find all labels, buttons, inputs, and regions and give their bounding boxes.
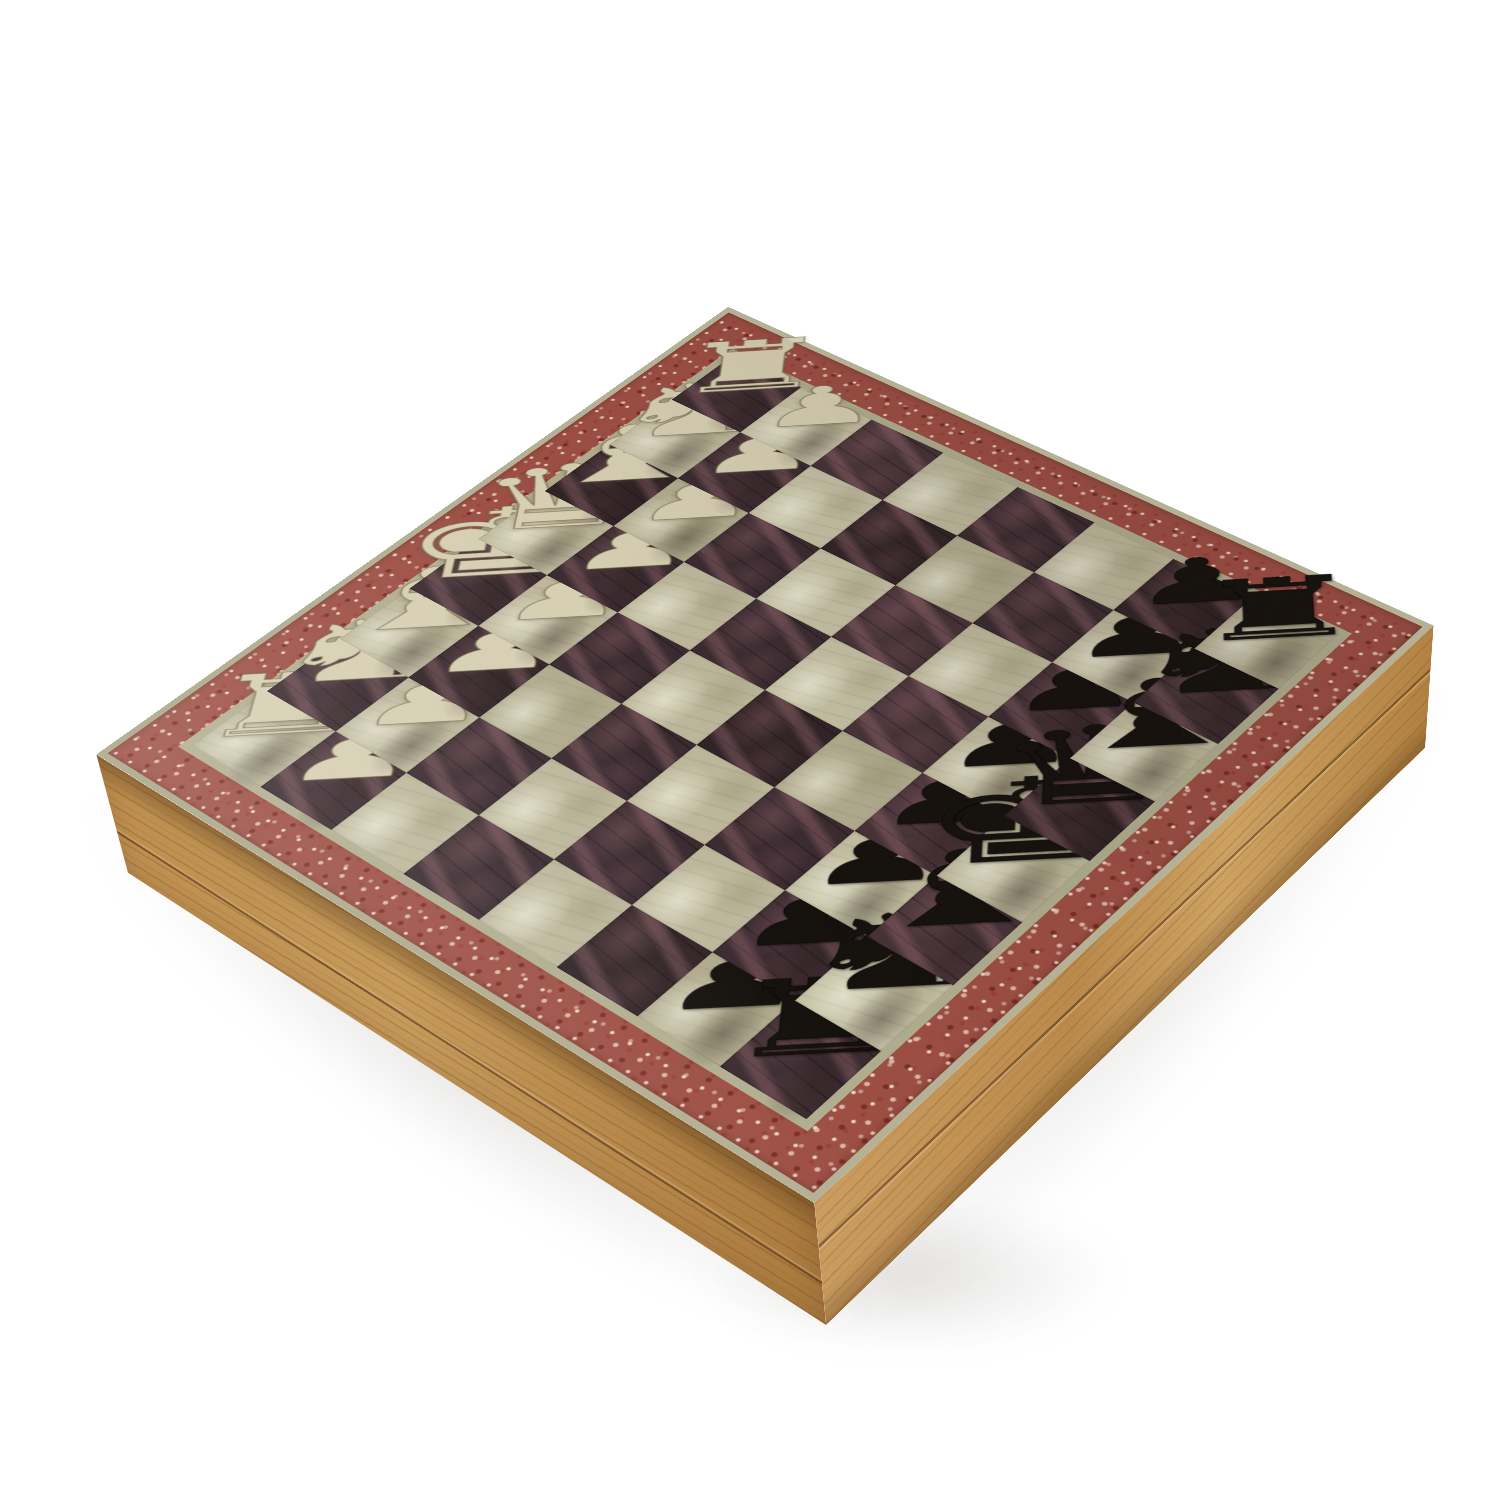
square-h6 <box>557 905 712 1016</box>
piece-contact-shadow <box>895 910 1012 999</box>
square-h2: ♟ <box>260 731 405 829</box>
square-e8: ♚ <box>937 816 1090 922</box>
piece-contact-shadow <box>280 762 394 842</box>
black-king: ♚ <box>857 755 1199 887</box>
piece-contact-shadow <box>949 748 1060 829</box>
chess-board-box: ♜♞♝♚♛♝♞♜♟♟♟♟♟♟♟♟♟♟♟♟♟♟♟♟♜♞♝♚♛♝♞♜ <box>96 307 1433 1203</box>
black-pawn: ♟ <box>776 754 1113 841</box>
square-g3 <box>406 718 551 816</box>
piece-contact-shadow <box>738 925 856 1015</box>
piece-contact-shadow <box>822 973 941 1066</box>
black-pawn: ♟ <box>554 933 912 1028</box>
square-h8: ♜ <box>720 1001 881 1119</box>
piece-contact-shadow <box>1224 625 1329 700</box>
product-photo-scene: ♜♞♝♚♛♝♞♜♟♟♟♟♟♟♟♟♟♟♟♟♟♟♟♟♜♞♝♚♛♝♞♜ <box>0 0 1500 1500</box>
square-g8: ♞ <box>795 937 953 1051</box>
square-g4 <box>479 759 627 860</box>
piece-contact-shadow <box>881 805 994 889</box>
square-f7: ♟ <box>784 831 937 938</box>
square-g5 <box>554 801 704 905</box>
square-c8: ♝ <box>1070 703 1218 802</box>
square-b8: ♞ <box>1133 649 1278 745</box>
black-rook: ♜ <box>636 956 999 1078</box>
square-e6 <box>774 731 922 831</box>
black-pawn: ♟ <box>630 871 980 963</box>
square-g7: ♟ <box>712 890 867 1000</box>
black-bishop: ♝ <box>786 829 1134 949</box>
piece-contact-shadow <box>1015 692 1123 770</box>
piece-contact-shadow <box>663 988 784 1081</box>
piece-contact-shadow <box>1033 790 1145 873</box>
piece-contact-shadow <box>811 864 926 951</box>
square-g6 <box>632 845 785 952</box>
black-queen: ♛ <box>926 704 1262 827</box>
square-h7: ♟ <box>637 952 795 1067</box>
piece-contact-shadow <box>747 1038 869 1134</box>
square-d6 <box>842 676 987 773</box>
piece-contact-shadow <box>1162 678 1269 756</box>
square-e5 <box>697 690 842 787</box>
square-h5 <box>479 860 632 968</box>
black-pawn: ♟ <box>704 812 1047 902</box>
board-top-stone: ♜♞♝♚♛♝♞♜♟♟♟♟♟♟♟♟♟♟♟♟♟♟♟♟♜♞♝♚♛♝♞♜ <box>96 307 1433 1203</box>
black-bishop: ♝ <box>993 659 1324 769</box>
black-pawn: ♟ <box>845 699 1176 784</box>
square-f8: ♝ <box>867 876 1022 986</box>
piece-contact-shadow <box>965 849 1079 935</box>
square-h4 <box>404 815 554 919</box>
square-f6 <box>704 787 854 890</box>
square-e7: ♟ <box>854 773 1004 876</box>
square-f4 <box>551 704 696 801</box>
square-f5 <box>627 745 775 845</box>
piece-contact-shadow <box>1099 733 1209 814</box>
square-c7: ♟ <box>988 662 1133 758</box>
square-d7: ♟ <box>922 717 1070 816</box>
square-d8: ♛ <box>1005 759 1155 861</box>
square-h3 <box>331 773 479 874</box>
black-knight: ♞ <box>712 893 1067 1013</box>
